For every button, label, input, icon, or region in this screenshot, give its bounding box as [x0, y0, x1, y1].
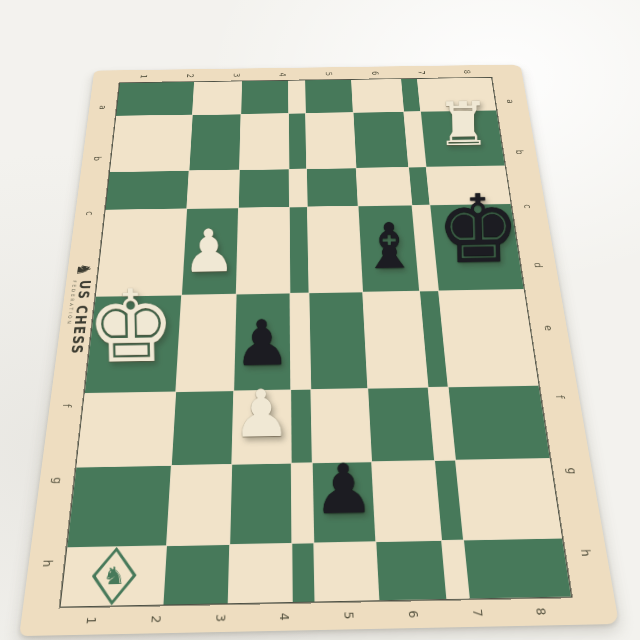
square-b6: [354, 112, 409, 168]
square-f8: [449, 385, 550, 459]
square-a5: [305, 80, 353, 113]
square-h5: [314, 542, 379, 602]
square-f1: [76, 392, 175, 467]
square-h2: [164, 545, 229, 605]
square-g2: [167, 464, 231, 545]
square-e1: ♚: [85, 295, 181, 393]
square-d6: ♝: [359, 205, 420, 291]
square-b2: [190, 115, 241, 171]
rank-label-bottom-6: 6: [380, 599, 446, 629]
board-grid: ♜♟♝♚♚♟♟♟♞: [61, 78, 571, 607]
square-g8: [456, 459, 562, 540]
rank-label-top-1: 1: [120, 70, 168, 83]
square-a3: [241, 81, 288, 114]
square-h6: [377, 541, 447, 601]
square-e5: [309, 292, 367, 389]
piece-white-rook-b8: ♜: [436, 94, 491, 155]
rank-label-bottom-7: 7: [444, 598, 511, 628]
square-e8: [439, 289, 539, 386]
square-b1: [110, 115, 192, 171]
rank-label-bottom-2: 2: [122, 604, 188, 634]
square-c6: [357, 168, 412, 206]
rank-label-bottom-3: 3: [187, 603, 252, 633]
square-f3: ♟: [232, 390, 291, 464]
square-g1: [67, 466, 171, 547]
rank-label-top-3: 3: [213, 68, 260, 81]
rank-label-top-6: 6: [352, 66, 399, 79]
square-c2: [187, 170, 239, 208]
square-h3: [228, 543, 292, 603]
square-d4: [290, 207, 308, 293]
rank-label-bottom-1: 1: [57, 605, 124, 635]
square-b5: [306, 113, 356, 169]
square-g3: [230, 463, 292, 543]
square-a2: [193, 81, 241, 114]
rank-label-bottom-8: 8: [507, 596, 575, 626]
square-b8: ♜: [421, 111, 505, 167]
piece-white-pawn-f3: ♟: [231, 380, 291, 446]
square-b3: [240, 114, 289, 170]
square-h8: [464, 538, 571, 598]
square-f4: [291, 390, 311, 463]
square-e6: [363, 291, 428, 388]
piece-white-pawn-d2: ♟: [182, 221, 236, 281]
rank-label-top-5: 5: [306, 67, 353, 80]
square-c3: [239, 170, 289, 208]
square-c1: [106, 171, 189, 209]
piece-black-king-d8: ♚: [435, 182, 521, 277]
square-c4: [290, 169, 307, 206]
square-c5: [307, 169, 358, 207]
square-b4: [289, 114, 306, 169]
square-e4: [291, 293, 311, 389]
square-d2: ♟: [182, 208, 238, 294]
square-f2: [172, 391, 233, 465]
square-g6: [372, 461, 441, 541]
square-d5: [307, 206, 362, 292]
rank-label-top-8: 8: [443, 65, 491, 78]
table-surface: 12345678 12345678 abcfgh abcdefgh ♞ US C…: [0, 0, 640, 640]
square-g4: [292, 463, 313, 543]
chess-board-mat: 12345678 12345678 abcfgh abcdefgh ♞ US C…: [19, 65, 619, 637]
square-e2: [176, 294, 235, 391]
piece-black-pawn-e3: ♟: [233, 311, 290, 374]
rank-label-top-7: 7: [398, 66, 445, 79]
emblem-inner-diamond: ♞: [93, 551, 134, 601]
rank-label-bottom-4: 4: [252, 602, 317, 632]
piece-white-king-e1: ♚: [85, 276, 177, 377]
square-f6: [368, 387, 434, 461]
rank-label-top-2: 2: [166, 69, 213, 82]
piece-black-pawn-g5: ♟: [312, 454, 374, 523]
square-g5: ♟: [312, 462, 375, 542]
piece-black-bishop-d6: ♝: [361, 215, 418, 278]
square-a4: [289, 80, 305, 113]
square-a1: [116, 82, 194, 116]
square-d3: [236, 207, 289, 293]
corner-knight-diamond-emblem: ♞: [89, 547, 139, 606]
square-h1: ♞: [61, 546, 167, 607]
square-d8: ♚: [430, 204, 523, 291]
emblem-knight-icon: ♞: [101, 563, 127, 588]
rank-label-top-4: 4: [259, 68, 305, 81]
square-h4: [293, 543, 315, 602]
rank-label-bottom-5: 5: [316, 600, 381, 630]
square-a6: [352, 79, 404, 112]
